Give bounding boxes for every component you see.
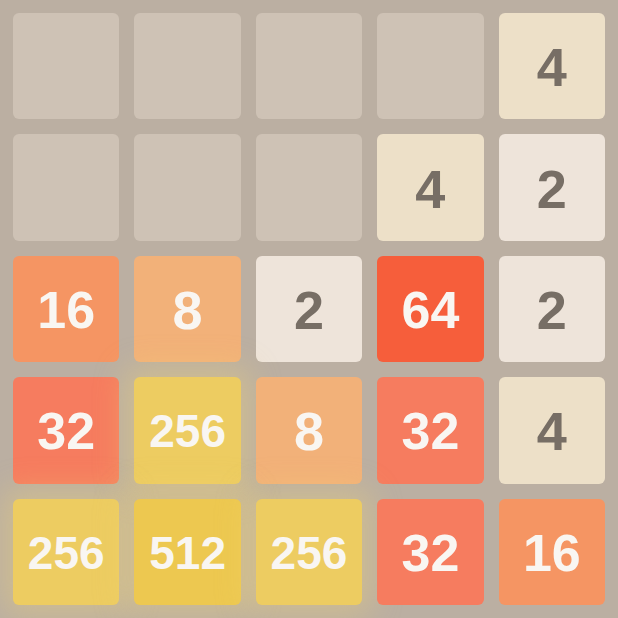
empty-cell — [134, 13, 240, 119]
tile-4: 4 — [499, 13, 605, 119]
empty-cell — [13, 13, 119, 119]
empty-cell — [256, 13, 362, 119]
tile-256: 256 — [13, 499, 119, 605]
tile-value: 512 — [149, 530, 226, 576]
2048-board[interactable]: 44216826423225683242565122563216 — [0, 0, 618, 618]
tile-256: 256 — [256, 499, 362, 605]
tile-value: 4 — [537, 40, 567, 94]
empty-cell — [134, 134, 240, 240]
tile-8: 8 — [256, 377, 362, 483]
tile-16: 16 — [13, 256, 119, 362]
tile-2: 2 — [499, 134, 605, 240]
tile-4: 4 — [499, 377, 605, 483]
tile-32: 32 — [377, 377, 483, 483]
tile-value: 2 — [537, 283, 567, 337]
tile-512: 512 — [134, 499, 240, 605]
tile-value: 8 — [173, 283, 203, 337]
tile-value: 64 — [401, 284, 459, 336]
empty-cell — [13, 134, 119, 240]
tile-value: 2 — [294, 283, 324, 337]
tile-value: 256 — [28, 530, 105, 576]
tile-value: 256 — [149, 408, 226, 454]
tile-value: 256 — [271, 530, 348, 576]
tile-value: 32 — [401, 527, 459, 579]
tile-value: 32 — [401, 405, 459, 457]
tile-value: 2 — [537, 162, 567, 216]
tile-256: 256 — [134, 377, 240, 483]
tile-value: 8 — [294, 404, 324, 458]
tile-2: 2 — [499, 256, 605, 362]
tile-value: 16 — [523, 527, 581, 579]
tile-16: 16 — [499, 499, 605, 605]
tile-64: 64 — [377, 256, 483, 362]
tile-32: 32 — [377, 499, 483, 605]
tile-value: 16 — [37, 284, 95, 336]
tile-2: 2 — [256, 256, 362, 362]
tile-8: 8 — [134, 256, 240, 362]
tile-value: 4 — [537, 404, 567, 458]
empty-cell — [377, 13, 483, 119]
empty-cell — [256, 134, 362, 240]
tile-value: 32 — [37, 405, 95, 457]
tile-value: 4 — [415, 162, 445, 216]
tile-4: 4 — [377, 134, 483, 240]
tile-32: 32 — [13, 377, 119, 483]
